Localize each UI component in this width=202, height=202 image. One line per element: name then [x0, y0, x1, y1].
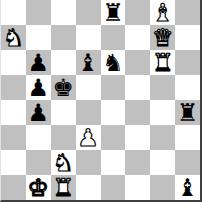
black-pawn-piece: ♟ [28, 101, 50, 125]
black-rook-piece: ♜ [102, 1, 124, 25]
square-d2[interactable] [76, 150, 101, 175]
square-b7[interactable] [26, 25, 51, 50]
square-f5[interactable] [125, 75, 150, 100]
black-bishop-piece: ♝ [177, 176, 199, 200]
square-c3[interactable] [51, 125, 76, 150]
square-g2[interactable] [150, 150, 175, 175]
square-b6[interactable]: ♟ [26, 50, 51, 75]
square-b3[interactable] [26, 125, 51, 150]
square-b5[interactable]: ♟ [26, 75, 51, 100]
square-h8[interactable] [175, 0, 200, 25]
square-a1[interactable] [1, 175, 26, 200]
square-g3[interactable] [150, 125, 175, 150]
square-e1[interactable] [101, 175, 126, 200]
square-h3[interactable] [175, 125, 200, 150]
square-d6[interactable]: ♝ [76, 50, 101, 75]
square-f1[interactable] [125, 175, 150, 200]
square-g6[interactable]: ♜ [150, 50, 175, 75]
square-f3[interactable] [125, 125, 150, 150]
white-queen-piece: ♛ [152, 26, 174, 50]
white-knight-piece: ♞ [3, 26, 25, 50]
white-king-piece: ♚ [28, 176, 50, 200]
square-g5[interactable] [150, 75, 175, 100]
square-c8[interactable] [51, 0, 76, 25]
square-h7[interactable] [175, 25, 200, 50]
black-knight-piece: ♞ [102, 51, 124, 75]
square-a4[interactable] [1, 100, 26, 125]
white-pawn-piece: ♟ [77, 126, 99, 150]
square-d8[interactable] [76, 0, 101, 25]
square-c7[interactable] [51, 25, 76, 50]
square-e7[interactable] [101, 25, 126, 50]
chess-board: ♜♝♞♛♟♝♞♜♟♚♟♜♟♞♚♜♝ [0, 0, 202, 202]
square-c6[interactable] [51, 50, 76, 75]
square-d5[interactable] [76, 75, 101, 100]
square-b4[interactable]: ♟ [26, 100, 51, 125]
square-e8[interactable]: ♜ [101, 0, 126, 25]
square-h2[interactable] [175, 150, 200, 175]
square-d4[interactable] [76, 100, 101, 125]
chess-diagram: ♜♝♞♛♟♝♞♜♟♚♟♜♟♞♚♜♝ [0, 0, 202, 202]
white-rook-piece: ♜ [52, 176, 74, 200]
square-f7[interactable] [125, 25, 150, 50]
square-a7[interactable]: ♞ [1, 25, 26, 50]
square-d1[interactable] [76, 175, 101, 200]
white-knight-piece: ♞ [52, 151, 74, 175]
square-c4[interactable] [51, 100, 76, 125]
square-e6[interactable]: ♞ [101, 50, 126, 75]
square-f8[interactable] [125, 0, 150, 25]
square-f4[interactable] [125, 100, 150, 125]
square-b8[interactable] [26, 0, 51, 25]
square-e5[interactable] [101, 75, 126, 100]
square-a5[interactable] [1, 75, 26, 100]
square-d3[interactable]: ♟ [76, 125, 101, 150]
square-g7[interactable]: ♛ [150, 25, 175, 50]
square-h4[interactable]: ♜ [175, 100, 200, 125]
square-g8[interactable]: ♝ [150, 0, 175, 25]
square-a2[interactable] [1, 150, 26, 175]
black-king-piece: ♚ [52, 76, 74, 100]
square-a6[interactable] [1, 50, 26, 75]
square-c5[interactable]: ♚ [51, 75, 76, 100]
square-a8[interactable] [1, 0, 26, 25]
black-pawn-piece: ♟ [28, 76, 50, 100]
square-c2[interactable]: ♞ [51, 150, 76, 175]
square-e3[interactable] [101, 125, 126, 150]
square-h1[interactable]: ♝ [175, 175, 200, 200]
square-e2[interactable] [101, 150, 126, 175]
black-pawn-piece: ♟ [28, 51, 50, 75]
black-bishop-piece: ♝ [77, 51, 99, 75]
square-f2[interactable] [125, 150, 150, 175]
white-bishop-piece: ♝ [152, 1, 174, 25]
square-e4[interactable] [101, 100, 126, 125]
square-b2[interactable] [26, 150, 51, 175]
square-b1[interactable]: ♚ [26, 175, 51, 200]
square-c1[interactable]: ♜ [51, 175, 76, 200]
square-h5[interactable] [175, 75, 200, 100]
square-h6[interactable] [175, 50, 200, 75]
black-rook-piece: ♜ [177, 101, 199, 125]
white-rook-piece: ♜ [152, 51, 174, 75]
square-f6[interactable] [125, 50, 150, 75]
square-d7[interactable] [76, 25, 101, 50]
square-g4[interactable] [150, 100, 175, 125]
square-a3[interactable] [1, 125, 26, 150]
square-g1[interactable] [150, 175, 175, 200]
